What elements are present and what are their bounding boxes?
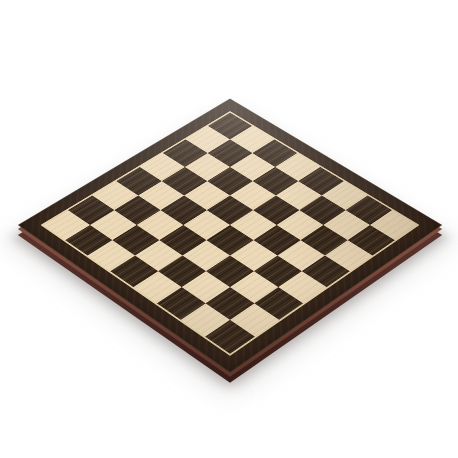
product-photo (0, 0, 458, 458)
board-grid (43, 113, 416, 354)
playing-field (40, 111, 419, 356)
chess-board (18, 98, 442, 372)
